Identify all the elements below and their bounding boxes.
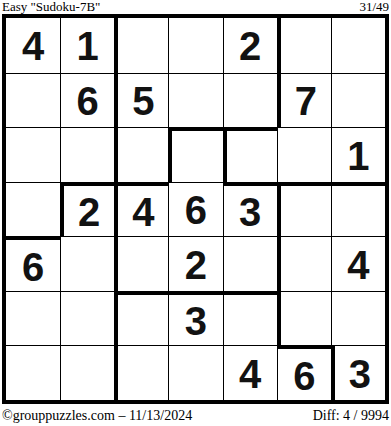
given-digit: 6 bbox=[185, 190, 207, 230]
cell-r6c1[interactable] bbox=[6, 291, 60, 346]
cell-r5c4[interactable]: 2 bbox=[168, 236, 222, 291]
cell-r3c2[interactable] bbox=[60, 127, 114, 182]
given-digit: 2 bbox=[239, 26, 261, 66]
cell-r7c3[interactable] bbox=[114, 345, 168, 400]
cell-r7c1[interactable] bbox=[6, 345, 60, 400]
cell-r6c7[interactable] bbox=[331, 291, 385, 346]
cell-r1c5[interactable]: 2 bbox=[223, 18, 277, 73]
cell-r3c3[interactable] bbox=[114, 127, 168, 182]
sudoku-board: 412657124636243463 bbox=[2, 14, 389, 404]
cell-r2c7[interactable] bbox=[331, 73, 385, 128]
given-digit: 6 bbox=[293, 356, 315, 396]
page-title: Easy "Sudoku-7B" bbox=[2, 0, 100, 14]
given-digit: 4 bbox=[22, 26, 44, 66]
given-digit: 1 bbox=[347, 136, 369, 176]
cell-r1c2[interactable]: 1 bbox=[60, 18, 114, 73]
cell-r6c3[interactable] bbox=[114, 291, 168, 346]
cell-r6c6[interactable] bbox=[277, 291, 331, 346]
cell-r4c7[interactable] bbox=[331, 182, 385, 237]
cell-r4c1[interactable] bbox=[6, 182, 60, 237]
cell-r4c4[interactable]: 6 bbox=[168, 182, 222, 237]
given-digit: 1 bbox=[77, 26, 99, 66]
cell-r7c7[interactable]: 3 bbox=[331, 345, 385, 400]
puzzle-page: Easy "Sudoku-7B" 31/49 41265712463624346… bbox=[0, 0, 391, 426]
cell-r3c5[interactable] bbox=[223, 127, 277, 182]
cell-r5c5[interactable] bbox=[223, 236, 277, 291]
cell-r5c1[interactable]: 6 bbox=[6, 236, 60, 291]
given-digit: 4 bbox=[347, 245, 369, 285]
given-digit: 5 bbox=[132, 81, 154, 121]
cell-r5c2[interactable] bbox=[60, 236, 114, 291]
cell-r1c1[interactable]: 4 bbox=[6, 18, 60, 73]
cell-r1c4[interactable] bbox=[168, 18, 222, 73]
cell-r1c3[interactable] bbox=[114, 18, 168, 73]
cell-r3c4[interactable] bbox=[168, 127, 222, 182]
cell-r1c6[interactable] bbox=[277, 18, 331, 73]
cell-r1c7[interactable] bbox=[331, 18, 385, 73]
cell-r6c4[interactable]: 3 bbox=[168, 291, 222, 346]
cell-r4c2[interactable]: 2 bbox=[60, 182, 114, 237]
given-digit: 4 bbox=[239, 354, 261, 394]
cell-r2c1[interactable] bbox=[6, 73, 60, 128]
copyright-date: ©grouppuzzles.com – 11/13/2024 bbox=[2, 408, 192, 424]
given-digit: 3 bbox=[349, 354, 371, 394]
cell-r7c2[interactable] bbox=[60, 345, 114, 400]
given-digit: 6 bbox=[77, 81, 99, 121]
cell-r7c6[interactable]: 6 bbox=[277, 345, 331, 400]
cell-r5c3[interactable] bbox=[114, 236, 168, 291]
cell-r2c3[interactable]: 5 bbox=[114, 73, 168, 128]
cell-r5c6[interactable] bbox=[277, 236, 331, 291]
cell-r2c2[interactable]: 6 bbox=[60, 73, 114, 128]
cell-r3c7[interactable]: 1 bbox=[331, 127, 385, 182]
cell-r6c5[interactable] bbox=[223, 291, 277, 346]
cell-r5c7[interactable]: 4 bbox=[331, 236, 385, 291]
given-digit: 6 bbox=[22, 247, 44, 287]
cell-r6c2[interactable] bbox=[60, 291, 114, 346]
given-digit: 7 bbox=[295, 81, 317, 121]
given-digit: 4 bbox=[132, 192, 154, 232]
given-digit: 2 bbox=[185, 245, 207, 285]
cell-r4c3[interactable]: 4 bbox=[114, 182, 168, 237]
cell-r7c4[interactable] bbox=[168, 345, 222, 400]
cell-r3c1[interactable] bbox=[6, 127, 60, 182]
cell-r2c4[interactable] bbox=[168, 73, 222, 128]
cell-r3c6[interactable] bbox=[277, 127, 331, 182]
cell-r7c5[interactable]: 4 bbox=[223, 345, 277, 400]
cell-r4c5[interactable]: 3 bbox=[223, 182, 277, 237]
given-digit: 3 bbox=[185, 301, 207, 341]
empty-cell-counter: 31/49 bbox=[359, 0, 389, 14]
difficulty-label: Diff: 4 / 9994 bbox=[313, 408, 389, 424]
given-digit: 3 bbox=[239, 192, 261, 232]
given-digit: 2 bbox=[78, 192, 100, 232]
cell-r2c5[interactable] bbox=[223, 73, 277, 128]
cell-r2c6[interactable]: 7 bbox=[277, 73, 331, 128]
cell-r4c6[interactable] bbox=[277, 182, 331, 237]
